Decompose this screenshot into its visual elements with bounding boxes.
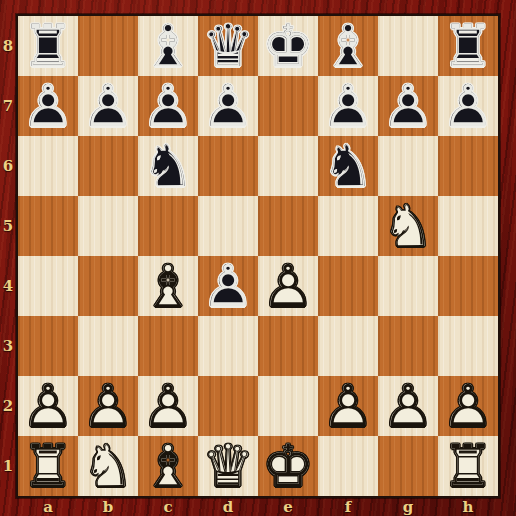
white-pawn[interactable]: ♟♙ — [438, 376, 498, 436]
piece-glyph-detail: ♖ — [438, 436, 498, 496]
square-h1[interactable]: ♜♖ — [438, 436, 498, 496]
square-a7[interactable]: ♟♙ — [18, 76, 78, 136]
square-h6[interactable] — [438, 136, 498, 196]
piece-glyph-detail: ♗ — [138, 16, 198, 76]
piece-glyph-detail: ♙ — [438, 76, 498, 136]
piece-glyph-detail: ♗ — [318, 16, 378, 76]
square-a8[interactable]: ♜♖ — [18, 16, 78, 76]
square-d2[interactable] — [198, 376, 258, 436]
black-rook[interactable]: ♜♖ — [438, 16, 498, 76]
square-g5[interactable]: ♞♘ — [378, 196, 438, 256]
square-a5[interactable] — [18, 196, 78, 256]
piece-glyph-detail: ♖ — [18, 16, 78, 76]
white-queen[interactable]: ♛♕ — [198, 436, 258, 496]
square-e5[interactable] — [258, 196, 318, 256]
black-queen[interactable]: ♛♕ — [198, 16, 258, 76]
square-b4[interactable] — [78, 256, 138, 316]
square-e7[interactable] — [258, 76, 318, 136]
square-g1[interactable] — [378, 436, 438, 496]
square-d3[interactable] — [198, 316, 258, 376]
square-g6[interactable] — [378, 136, 438, 196]
white-bishop[interactable]: ♝♗ — [138, 436, 198, 496]
file-label-h: h — [438, 497, 498, 516]
piece-glyph-detail: ♗ — [138, 256, 198, 316]
square-c6[interactable]: ♞♘ — [138, 136, 198, 196]
square-f5[interactable] — [318, 196, 378, 256]
piece-glyph-detail: ♙ — [378, 76, 438, 136]
piece-glyph-detail: ♙ — [138, 376, 198, 436]
black-rook[interactable]: ♜♖ — [18, 16, 78, 76]
square-a4[interactable] — [18, 256, 78, 316]
square-a1[interactable]: ♜♖ — [18, 436, 78, 496]
file-label-e: e — [258, 497, 318, 516]
square-e4[interactable]: ♟♙ — [258, 256, 318, 316]
black-pawn[interactable]: ♟♙ — [378, 76, 438, 136]
black-bishop[interactable]: ♝♗ — [138, 16, 198, 76]
piece-glyph-detail: ♙ — [198, 256, 258, 316]
black-pawn[interactable]: ♟♙ — [198, 256, 258, 316]
square-b5[interactable] — [78, 196, 138, 256]
square-b6[interactable] — [78, 136, 138, 196]
square-h8[interactable]: ♜♖ — [438, 16, 498, 76]
piece-glyph-detail: ♙ — [318, 376, 378, 436]
white-pawn[interactable]: ♟♙ — [18, 376, 78, 436]
white-king[interactable]: ♚♔ — [258, 436, 318, 496]
square-a2[interactable]: ♟♙ — [18, 376, 78, 436]
piece-glyph-detail: ♖ — [438, 16, 498, 76]
black-king[interactable]: ♚♔ — [258, 16, 318, 76]
piece-glyph-detail: ♙ — [138, 76, 198, 136]
file-label-a: a — [18, 497, 78, 516]
square-g3[interactable] — [378, 316, 438, 376]
black-bishop[interactable]: ♝♗ — [318, 16, 378, 76]
square-g2[interactable]: ♟♙ — [378, 376, 438, 436]
square-e3[interactable] — [258, 316, 318, 376]
rank-label-6: 6 — [0, 136, 16, 196]
square-b7[interactable]: ♟♙ — [78, 76, 138, 136]
piece-glyph-detail: ♙ — [318, 76, 378, 136]
file-label-g: g — [378, 497, 438, 516]
rank-label-8: 8 — [0, 16, 16, 76]
square-h2[interactable]: ♟♙ — [438, 376, 498, 436]
piece-glyph-detail: ♖ — [18, 436, 78, 496]
square-b8[interactable] — [78, 16, 138, 76]
rank-label-3: 3 — [0, 316, 16, 376]
white-knight[interactable]: ♞♘ — [378, 196, 438, 256]
square-d7[interactable]: ♟♙ — [198, 76, 258, 136]
piece-glyph-detail: ♕ — [198, 16, 258, 76]
piece-glyph-detail: ♙ — [18, 76, 78, 136]
square-b1[interactable]: ♞♘ — [78, 436, 138, 496]
square-h5[interactable] — [438, 196, 498, 256]
square-c4[interactable]: ♝♗ — [138, 256, 198, 316]
black-pawn[interactable]: ♟♙ — [198, 76, 258, 136]
white-bishop[interactable]: ♝♗ — [138, 256, 198, 316]
piece-glyph-detail: ♘ — [318, 136, 378, 196]
piece-glyph-detail: ♘ — [78, 436, 138, 496]
chess-diagram: ♜♖♝♗♛♕♚♔♝♗♜♖♟♙♟♙♟♙♟♙♟♙♟♙♟♙♞♘♞♘♞♘♝♗♟♙♟♙♟♙… — [0, 0, 516, 516]
white-rook[interactable]: ♜♖ — [18, 436, 78, 496]
black-pawn[interactable]: ♟♙ — [18, 76, 78, 136]
square-f3[interactable] — [318, 316, 378, 376]
rank-label-2: 2 — [0, 376, 16, 436]
square-c3[interactable] — [138, 316, 198, 376]
rank-label-5: 5 — [0, 196, 16, 256]
piece-glyph-detail: ♙ — [198, 76, 258, 136]
square-c7[interactable]: ♟♙ — [138, 76, 198, 136]
square-e1[interactable]: ♚♔ — [258, 436, 318, 496]
square-a6[interactable] — [18, 136, 78, 196]
piece-glyph-detail: ♙ — [438, 376, 498, 436]
square-f1[interactable] — [318, 436, 378, 496]
square-c8[interactable]: ♝♗ — [138, 16, 198, 76]
white-pawn[interactable]: ♟♙ — [318, 376, 378, 436]
square-c2[interactable]: ♟♙ — [138, 376, 198, 436]
chessboard: ♜♖♝♗♛♕♚♔♝♗♜♖♟♙♟♙♟♙♟♙♟♙♟♙♟♙♞♘♞♘♞♘♝♗♟♙♟♙♟♙… — [16, 14, 500, 498]
square-g7[interactable]: ♟♙ — [378, 76, 438, 136]
black-pawn[interactable]: ♟♙ — [318, 76, 378, 136]
square-e6[interactable] — [258, 136, 318, 196]
piece-glyph-detail: ♔ — [258, 16, 318, 76]
white-pawn[interactable]: ♟♙ — [138, 376, 198, 436]
piece-glyph-detail: ♗ — [138, 436, 198, 496]
black-pawn[interactable]: ♟♙ — [78, 76, 138, 136]
square-f2[interactable]: ♟♙ — [318, 376, 378, 436]
file-label-d: d — [198, 497, 258, 516]
piece-glyph-detail: ♙ — [18, 376, 78, 436]
piece-glyph-detail: ♔ — [258, 436, 318, 496]
square-g8[interactable] — [378, 16, 438, 76]
square-f6[interactable]: ♞♘ — [318, 136, 378, 196]
square-h4[interactable] — [438, 256, 498, 316]
square-g4[interactable] — [378, 256, 438, 316]
piece-glyph-detail: ♙ — [78, 76, 138, 136]
rank-label-4: 4 — [0, 256, 16, 316]
square-c5[interactable] — [138, 196, 198, 256]
black-knight[interactable]: ♞♘ — [318, 136, 378, 196]
file-label-b: b — [78, 497, 138, 516]
square-a3[interactable] — [18, 316, 78, 376]
piece-glyph-detail: ♙ — [378, 376, 438, 436]
white-knight[interactable]: ♞♘ — [78, 436, 138, 496]
black-knight[interactable]: ♞♘ — [138, 136, 198, 196]
square-d6[interactable] — [198, 136, 258, 196]
piece-glyph-detail: ♕ — [198, 436, 258, 496]
piece-glyph-detail: ♘ — [138, 136, 198, 196]
square-e2[interactable] — [258, 376, 318, 436]
file-label-f: f — [318, 497, 378, 516]
white-rook[interactable]: ♜♖ — [438, 436, 498, 496]
black-pawn[interactable]: ♟♙ — [438, 76, 498, 136]
square-d1[interactable]: ♛♕ — [198, 436, 258, 496]
rank-label-7: 7 — [0, 76, 16, 136]
piece-glyph-detail: ♘ — [378, 196, 438, 256]
square-h3[interactable] — [438, 316, 498, 376]
square-d8[interactable]: ♛♕ — [198, 16, 258, 76]
square-b3[interactable] — [78, 316, 138, 376]
file-label-c: c — [138, 497, 198, 516]
square-e8[interactable]: ♚♔ — [258, 16, 318, 76]
square-f8[interactable]: ♝♗ — [318, 16, 378, 76]
square-f4[interactable] — [318, 256, 378, 316]
square-d4[interactable]: ♟♙ — [198, 256, 258, 316]
square-d5[interactable] — [198, 196, 258, 256]
white-pawn[interactable]: ♟♙ — [378, 376, 438, 436]
rank-label-1: 1 — [0, 436, 16, 496]
square-b2[interactable]: ♟♙ — [78, 376, 138, 436]
white-pawn[interactable]: ♟♙ — [258, 256, 318, 316]
black-pawn[interactable]: ♟♙ — [138, 76, 198, 136]
square-h7[interactable]: ♟♙ — [438, 76, 498, 136]
piece-glyph-detail: ♙ — [78, 376, 138, 436]
square-f7[interactable]: ♟♙ — [318, 76, 378, 136]
piece-glyph-detail: ♙ — [258, 256, 318, 316]
white-pawn[interactable]: ♟♙ — [78, 376, 138, 436]
square-c1[interactable]: ♝♗ — [138, 436, 198, 496]
